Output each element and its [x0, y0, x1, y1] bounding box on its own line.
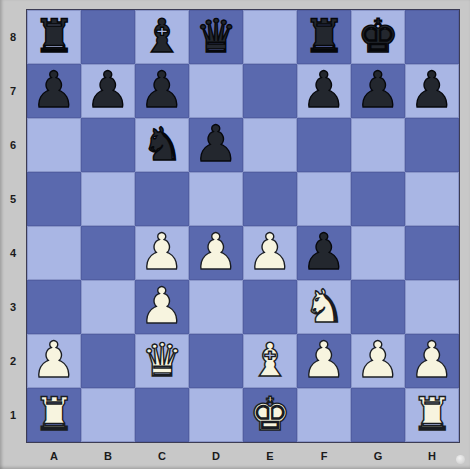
square-f5[interactable]: [297, 172, 351, 226]
square-a2[interactable]: ♟: [27, 334, 81, 388]
square-a1[interactable]: ♜: [27, 388, 81, 442]
piece-black-pawn[interactable]: ♟: [32, 65, 77, 115]
piece-white-pawn[interactable]: ♟: [194, 227, 239, 277]
square-a3[interactable]: [27, 280, 81, 334]
square-b1[interactable]: [81, 388, 135, 442]
file-labels: ABCDEFGH: [27, 444, 459, 468]
square-d1[interactable]: [189, 388, 243, 442]
rank-label-5: 5: [0, 172, 26, 226]
square-f3[interactable]: ♞: [297, 280, 351, 334]
rank-label-1: 1: [0, 388, 26, 442]
file-label-H: H: [405, 444, 459, 468]
square-c1[interactable]: [135, 388, 189, 442]
square-g7[interactable]: ♟: [351, 64, 405, 118]
square-e4[interactable]: ♟: [243, 226, 297, 280]
square-f4[interactable]: ♟: [297, 226, 351, 280]
square-b7[interactable]: ♟: [81, 64, 135, 118]
piece-white-king[interactable]: ♚: [249, 391, 290, 437]
square-h4[interactable]: [405, 226, 459, 280]
square-f8[interactable]: ♜: [297, 10, 351, 64]
rank-label-8: 8: [0, 10, 26, 64]
square-g8[interactable]: ♚: [351, 10, 405, 64]
square-e8[interactable]: [243, 10, 297, 64]
square-b4[interactable]: [81, 226, 135, 280]
square-a4[interactable]: [27, 226, 81, 280]
file-label-F: F: [297, 444, 351, 468]
file-label-E: E: [243, 444, 297, 468]
square-d4[interactable]: ♟: [189, 226, 243, 280]
piece-black-queen[interactable]: ♛: [195, 13, 236, 59]
file-label-A: A: [27, 444, 81, 468]
file-label-D: D: [189, 444, 243, 468]
square-e5[interactable]: [243, 172, 297, 226]
piece-black-king[interactable]: ♚: [357, 13, 398, 59]
piece-white-knight[interactable]: ♞: [303, 283, 344, 329]
piece-white-queen[interactable]: ♛: [141, 337, 182, 383]
square-a6[interactable]: [27, 118, 81, 172]
square-f2[interactable]: ♟: [297, 334, 351, 388]
square-h7[interactable]: ♟: [405, 64, 459, 118]
rank-label-4: 4: [0, 226, 26, 280]
file-label-G: G: [351, 444, 405, 468]
rank-labels: 87654321: [0, 10, 26, 442]
rank-label-2: 2: [0, 334, 26, 388]
piece-white-pawn[interactable]: ♟: [356, 335, 401, 385]
square-d2[interactable]: [189, 334, 243, 388]
piece-black-knight[interactable]: ♞: [141, 121, 182, 167]
square-d5[interactable]: [189, 172, 243, 226]
square-f7[interactable]: ♟: [297, 64, 351, 118]
square-c7[interactable]: ♟: [135, 64, 189, 118]
square-h3[interactable]: [405, 280, 459, 334]
rank-label-7: 7: [0, 64, 26, 118]
chessboard-panel: 87654321 ♜♝♛♜♚♟♟♟♟♟♟♞♟♟♟♟♟♟♞♟♛♝♟♟♟♜♚♜ AB…: [0, 0, 470, 469]
square-g4[interactable]: [351, 226, 405, 280]
square-e7[interactable]: [243, 64, 297, 118]
square-h5[interactable]: [405, 172, 459, 226]
piece-black-rook[interactable]: ♜: [33, 13, 74, 59]
piece-black-rook[interactable]: ♜: [303, 13, 344, 59]
square-b6[interactable]: [81, 118, 135, 172]
square-c4[interactable]: ♟: [135, 226, 189, 280]
file-label-B: B: [81, 444, 135, 468]
piece-black-pawn[interactable]: ♟: [194, 119, 239, 169]
square-d7[interactable]: [189, 64, 243, 118]
chess-board: ♜♝♛♜♚♟♟♟♟♟♟♞♟♟♟♟♟♟♞♟♛♝♟♟♟♜♚♜: [26, 9, 460, 443]
square-c6[interactable]: ♞: [135, 118, 189, 172]
square-g2[interactable]: ♟: [351, 334, 405, 388]
piece-black-bishop[interactable]: ♝: [141, 13, 182, 59]
square-e1[interactable]: ♚: [243, 388, 297, 442]
square-a5[interactable]: [27, 172, 81, 226]
piece-white-bishop[interactable]: ♝: [249, 337, 290, 383]
square-g1[interactable]: [351, 388, 405, 442]
piece-white-rook[interactable]: ♜: [411, 391, 452, 437]
square-d6[interactable]: ♟: [189, 118, 243, 172]
square-g5[interactable]: [351, 172, 405, 226]
square-c8[interactable]: ♝: [135, 10, 189, 64]
square-a8[interactable]: ♜: [27, 10, 81, 64]
square-c5[interactable]: [135, 172, 189, 226]
piece-white-pawn[interactable]: ♟: [140, 227, 185, 277]
square-h2[interactable]: ♟: [405, 334, 459, 388]
square-b3[interactable]: [81, 280, 135, 334]
square-h8[interactable]: [405, 10, 459, 64]
square-f6[interactable]: [297, 118, 351, 172]
square-g6[interactable]: [351, 118, 405, 172]
square-e3[interactable]: [243, 280, 297, 334]
piece-white-pawn[interactable]: ♟: [410, 335, 455, 385]
square-c2[interactable]: ♛: [135, 334, 189, 388]
square-b5[interactable]: [81, 172, 135, 226]
square-h1[interactable]: ♜: [405, 388, 459, 442]
square-b8[interactable]: [81, 10, 135, 64]
square-g3[interactable]: [351, 280, 405, 334]
piece-white-pawn[interactable]: ♟: [32, 335, 77, 385]
square-e2[interactable]: ♝: [243, 334, 297, 388]
square-d8[interactable]: ♛: [189, 10, 243, 64]
piece-white-pawn[interactable]: ♟: [302, 335, 347, 385]
square-b2[interactable]: [81, 334, 135, 388]
piece-white-pawn[interactable]: ♟: [140, 281, 185, 331]
piece-white-rook[interactable]: ♜: [33, 391, 74, 437]
piece-black-pawn[interactable]: ♟: [356, 65, 401, 115]
piece-black-pawn[interactable]: ♟: [140, 65, 185, 115]
piece-black-pawn[interactable]: ♟: [410, 65, 455, 115]
resize-dot-icon: [456, 455, 465, 464]
square-h6[interactable]: [405, 118, 459, 172]
square-c3[interactable]: ♟: [135, 280, 189, 334]
square-d3[interactable]: [189, 280, 243, 334]
piece-black-pawn[interactable]: ♟: [302, 65, 347, 115]
square-a7[interactable]: ♟: [27, 64, 81, 118]
piece-black-pawn[interactable]: ♟: [302, 227, 347, 277]
square-f1[interactable]: [297, 388, 351, 442]
piece-white-pawn[interactable]: ♟: [248, 227, 293, 277]
rank-label-6: 6: [0, 118, 26, 172]
file-label-C: C: [135, 444, 189, 468]
rank-label-3: 3: [0, 280, 26, 334]
piece-black-pawn[interactable]: ♟: [86, 65, 131, 115]
square-e6[interactable]: [243, 118, 297, 172]
